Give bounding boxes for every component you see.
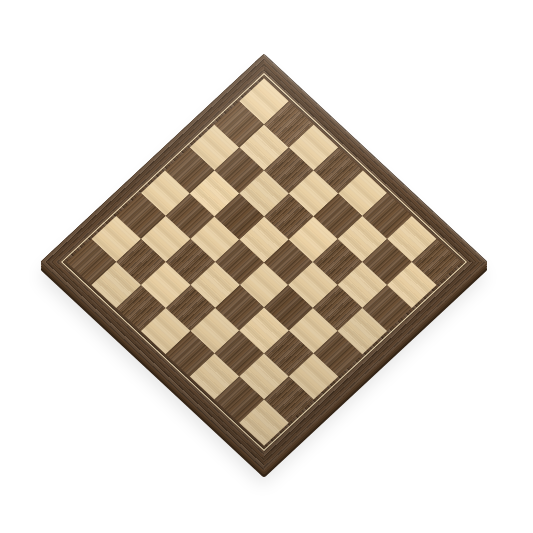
board-grid — [67, 78, 462, 445]
chessboard — [40, 53, 488, 470]
inlay-line — [61, 73, 467, 451]
scene — [0, 0, 533, 533]
